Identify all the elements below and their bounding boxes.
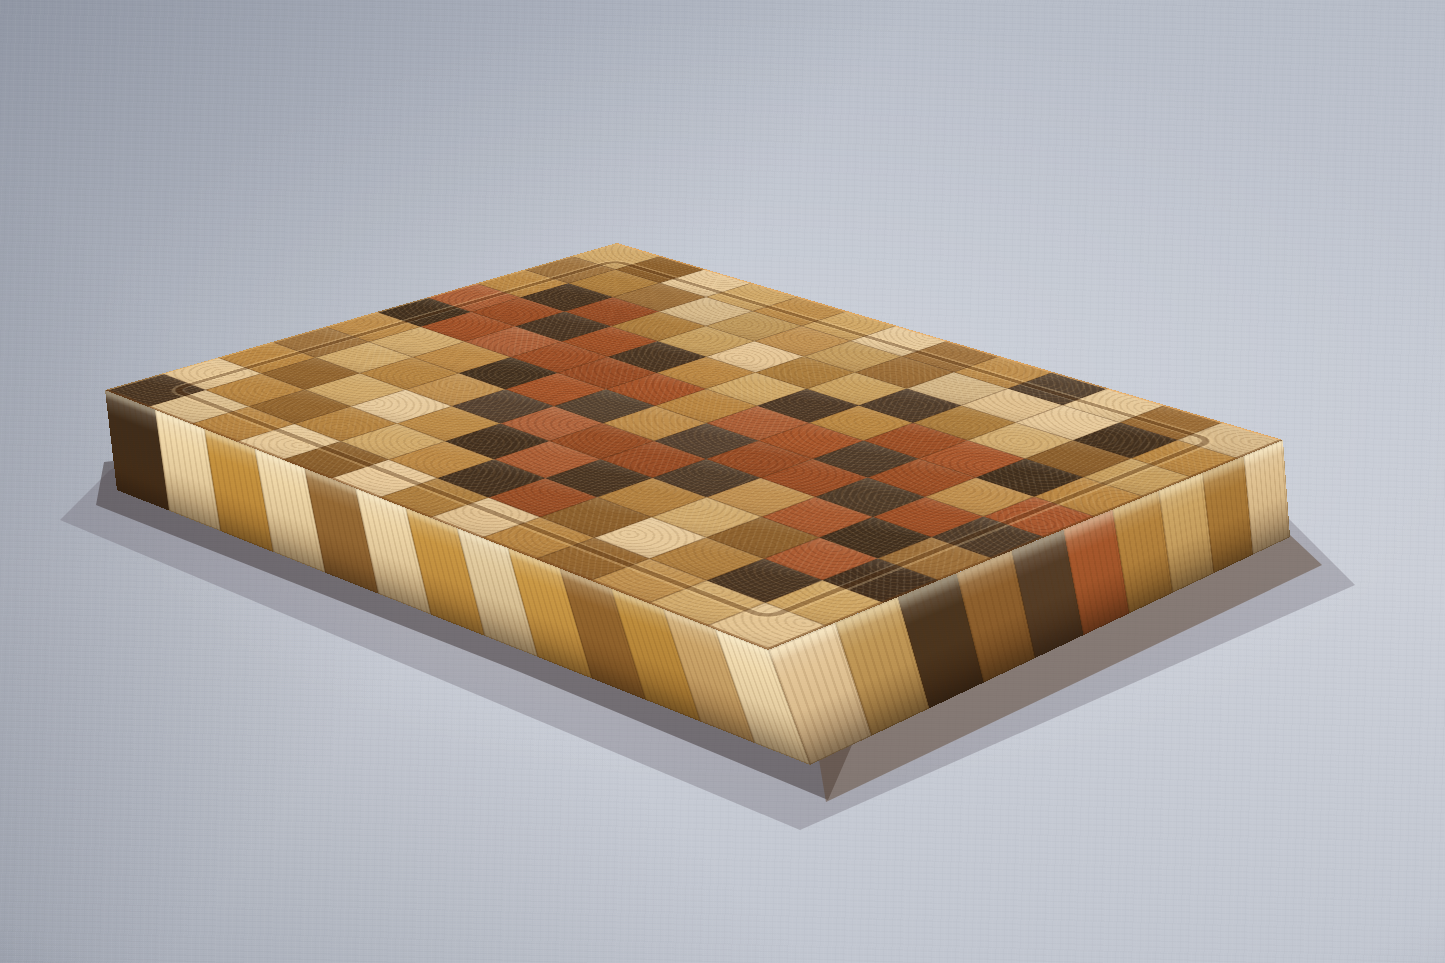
cutting-board xyxy=(0,0,1445,963)
photo-scene xyxy=(0,0,1445,963)
wood-stripe xyxy=(1244,440,1290,555)
